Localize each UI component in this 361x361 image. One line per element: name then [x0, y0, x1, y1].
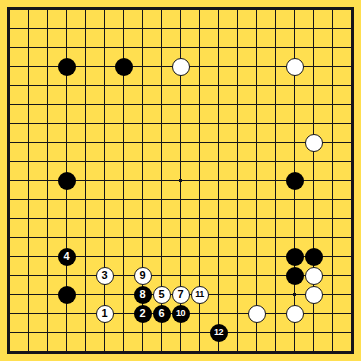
intersection-T14[interactable] [342, 95, 361, 114]
intersection-A2[interactable] [0, 323, 19, 342]
intersection-B4[interactable] [19, 285, 38, 304]
intersection-S9[interactable] [323, 190, 342, 209]
intersection-A9[interactable] [0, 190, 19, 209]
intersection-S1[interactable] [323, 342, 342, 361]
intersection-A7[interactable] [0, 228, 19, 247]
intersection-Q12[interactable] [285, 133, 304, 152]
intersection-R17[interactable] [304, 38, 323, 57]
intersection-J17[interactable] [152, 38, 171, 57]
intersection-M9[interactable] [209, 190, 228, 209]
intersection-R15[interactable] [304, 76, 323, 95]
intersection-F8[interactable] [95, 209, 114, 228]
intersection-L12[interactable] [190, 133, 209, 152]
intersection-F2[interactable] [95, 323, 114, 342]
intersection-S7[interactable] [323, 228, 342, 247]
intersection-H10[interactable] [133, 171, 152, 190]
intersection-K12[interactable] [171, 133, 190, 152]
intersection-M5[interactable] [209, 266, 228, 285]
intersection-P13[interactable] [266, 114, 285, 133]
intersection-L7[interactable] [190, 228, 209, 247]
intersection-Q6[interactable] [285, 247, 304, 266]
intersection-H16[interactable] [133, 57, 152, 76]
intersection-E18[interactable] [76, 19, 95, 38]
intersection-C18[interactable] [38, 19, 57, 38]
intersection-O1[interactable] [247, 342, 266, 361]
intersection-R19[interactable] [304, 0, 323, 19]
intersection-D6[interactable]: 4 [57, 247, 76, 266]
intersection-T13[interactable] [342, 114, 361, 133]
intersection-R5[interactable] [304, 266, 323, 285]
intersection-G4[interactable] [114, 285, 133, 304]
intersection-F18[interactable] [95, 19, 114, 38]
intersection-L15[interactable] [190, 76, 209, 95]
intersection-H11[interactable] [133, 152, 152, 171]
intersection-E5[interactable] [76, 266, 95, 285]
intersection-H2[interactable] [133, 323, 152, 342]
intersection-G13[interactable] [114, 114, 133, 133]
intersection-J7[interactable] [152, 228, 171, 247]
intersection-L4[interactable]: 11 [190, 285, 209, 304]
intersection-F14[interactable] [95, 95, 114, 114]
intersection-G5[interactable] [114, 266, 133, 285]
intersection-Q16[interactable] [285, 57, 304, 76]
intersection-P16[interactable] [266, 57, 285, 76]
intersection-P14[interactable] [266, 95, 285, 114]
intersection-E11[interactable] [76, 152, 95, 171]
intersection-Q7[interactable] [285, 228, 304, 247]
intersection-K10[interactable] [171, 171, 190, 190]
intersection-F7[interactable] [95, 228, 114, 247]
intersection-J12[interactable] [152, 133, 171, 152]
intersection-E2[interactable] [76, 323, 95, 342]
intersection-T11[interactable] [342, 152, 361, 171]
intersection-P10[interactable] [266, 171, 285, 190]
intersection-Q8[interactable] [285, 209, 304, 228]
intersection-O2[interactable] [247, 323, 266, 342]
intersection-J15[interactable] [152, 76, 171, 95]
intersection-L3[interactable] [190, 304, 209, 323]
intersection-C19[interactable] [38, 0, 57, 19]
intersection-S2[interactable] [323, 323, 342, 342]
intersection-D11[interactable] [57, 152, 76, 171]
intersection-L14[interactable] [190, 95, 209, 114]
intersection-M4[interactable] [209, 285, 228, 304]
intersection-A6[interactable] [0, 247, 19, 266]
intersection-H18[interactable] [133, 19, 152, 38]
intersection-M2[interactable]: 12 [209, 323, 228, 342]
intersection-K5[interactable] [171, 266, 190, 285]
intersection-P4[interactable] [266, 285, 285, 304]
intersection-G12[interactable] [114, 133, 133, 152]
intersection-A15[interactable] [0, 76, 19, 95]
intersection-K6[interactable] [171, 247, 190, 266]
intersection-K15[interactable] [171, 76, 190, 95]
intersection-N5[interactable] [228, 266, 247, 285]
intersection-M13[interactable] [209, 114, 228, 133]
intersection-T18[interactable] [342, 19, 361, 38]
intersection-C5[interactable] [38, 266, 57, 285]
intersection-B1[interactable] [19, 342, 38, 361]
intersection-M3[interactable] [209, 304, 228, 323]
intersection-C9[interactable] [38, 190, 57, 209]
intersection-J6[interactable] [152, 247, 171, 266]
intersection-R12[interactable] [304, 133, 323, 152]
intersection-B6[interactable] [19, 247, 38, 266]
intersection-O11[interactable] [247, 152, 266, 171]
intersection-Q19[interactable] [285, 0, 304, 19]
intersection-F12[interactable] [95, 133, 114, 152]
intersection-L9[interactable] [190, 190, 209, 209]
intersection-S10[interactable] [323, 171, 342, 190]
intersection-O12[interactable] [247, 133, 266, 152]
intersection-G17[interactable] [114, 38, 133, 57]
intersection-Q11[interactable] [285, 152, 304, 171]
intersection-F11[interactable] [95, 152, 114, 171]
intersection-B16[interactable] [19, 57, 38, 76]
intersection-S11[interactable] [323, 152, 342, 171]
intersection-C13[interactable] [38, 114, 57, 133]
intersection-T15[interactable] [342, 76, 361, 95]
intersection-F4[interactable] [95, 285, 114, 304]
intersection-B17[interactable] [19, 38, 38, 57]
intersection-H3[interactable]: 2 [133, 304, 152, 323]
intersection-S5[interactable] [323, 266, 342, 285]
intersection-L6[interactable] [190, 247, 209, 266]
intersection-K18[interactable] [171, 19, 190, 38]
intersection-F5[interactable]: 3 [95, 266, 114, 285]
intersection-B18[interactable] [19, 19, 38, 38]
intersection-G2[interactable] [114, 323, 133, 342]
intersection-G15[interactable] [114, 76, 133, 95]
intersection-M8[interactable] [209, 209, 228, 228]
intersection-K19[interactable] [171, 0, 190, 19]
intersection-G18[interactable] [114, 19, 133, 38]
intersection-C16[interactable] [38, 57, 57, 76]
intersection-G3[interactable] [114, 304, 133, 323]
intersection-A8[interactable] [0, 209, 19, 228]
intersection-M18[interactable] [209, 19, 228, 38]
intersection-S3[interactable] [323, 304, 342, 323]
intersection-A11[interactable] [0, 152, 19, 171]
intersection-C8[interactable] [38, 209, 57, 228]
intersection-P2[interactable] [266, 323, 285, 342]
intersection-Q3[interactable] [285, 304, 304, 323]
intersection-K17[interactable] [171, 38, 190, 57]
intersection-Q1[interactable] [285, 342, 304, 361]
intersection-M10[interactable] [209, 171, 228, 190]
intersection-N11[interactable] [228, 152, 247, 171]
intersection-F10[interactable] [95, 171, 114, 190]
intersection-E15[interactable] [76, 76, 95, 95]
intersection-D17[interactable] [57, 38, 76, 57]
intersection-C12[interactable] [38, 133, 57, 152]
intersection-G6[interactable] [114, 247, 133, 266]
intersection-S18[interactable] [323, 19, 342, 38]
intersection-L10[interactable] [190, 171, 209, 190]
intersection-N12[interactable] [228, 133, 247, 152]
intersection-M6[interactable] [209, 247, 228, 266]
intersection-H8[interactable] [133, 209, 152, 228]
intersection-E1[interactable] [76, 342, 95, 361]
intersection-B9[interactable] [19, 190, 38, 209]
intersection-P3[interactable] [266, 304, 285, 323]
intersection-A19[interactable] [0, 0, 19, 19]
intersection-L5[interactable] [190, 266, 209, 285]
intersection-S17[interactable] [323, 38, 342, 57]
intersection-O7[interactable] [247, 228, 266, 247]
intersection-L2[interactable] [190, 323, 209, 342]
intersection-D3[interactable] [57, 304, 76, 323]
intersection-O16[interactable] [247, 57, 266, 76]
intersection-O5[interactable] [247, 266, 266, 285]
intersection-S8[interactable] [323, 209, 342, 228]
intersection-M1[interactable] [209, 342, 228, 361]
intersection-P6[interactable] [266, 247, 285, 266]
intersection-E16[interactable] [76, 57, 95, 76]
intersection-T16[interactable] [342, 57, 361, 76]
intersection-Q9[interactable] [285, 190, 304, 209]
intersection-Q13[interactable] [285, 114, 304, 133]
intersection-B13[interactable] [19, 114, 38, 133]
intersection-C7[interactable] [38, 228, 57, 247]
intersection-M7[interactable] [209, 228, 228, 247]
intersection-M16[interactable] [209, 57, 228, 76]
intersection-E14[interactable] [76, 95, 95, 114]
intersection-F1[interactable] [95, 342, 114, 361]
intersection-D18[interactable] [57, 19, 76, 38]
intersection-J16[interactable] [152, 57, 171, 76]
intersection-N1[interactable] [228, 342, 247, 361]
intersection-F19[interactable] [95, 0, 114, 19]
intersection-E6[interactable] [76, 247, 95, 266]
intersection-P9[interactable] [266, 190, 285, 209]
intersection-C1[interactable] [38, 342, 57, 361]
intersection-E3[interactable] [76, 304, 95, 323]
intersection-B14[interactable] [19, 95, 38, 114]
intersection-P7[interactable] [266, 228, 285, 247]
intersection-R6[interactable] [304, 247, 323, 266]
intersection-R7[interactable] [304, 228, 323, 247]
intersection-D7[interactable] [57, 228, 76, 247]
intersection-J4[interactable]: 5 [152, 285, 171, 304]
intersection-J18[interactable] [152, 19, 171, 38]
intersection-S4[interactable] [323, 285, 342, 304]
intersection-K1[interactable] [171, 342, 190, 361]
intersection-D12[interactable] [57, 133, 76, 152]
intersection-M17[interactable] [209, 38, 228, 57]
intersection-N3[interactable] [228, 304, 247, 323]
intersection-A13[interactable] [0, 114, 19, 133]
intersection-F13[interactable] [95, 114, 114, 133]
intersection-N6[interactable] [228, 247, 247, 266]
intersection-H7[interactable] [133, 228, 152, 247]
intersection-H4[interactable]: 8 [133, 285, 152, 304]
intersection-S13[interactable] [323, 114, 342, 133]
intersection-N18[interactable] [228, 19, 247, 38]
intersection-K2[interactable] [171, 323, 190, 342]
intersection-B12[interactable] [19, 133, 38, 152]
intersection-G19[interactable] [114, 0, 133, 19]
intersection-R3[interactable] [304, 304, 323, 323]
intersection-T12[interactable] [342, 133, 361, 152]
intersection-B7[interactable] [19, 228, 38, 247]
intersection-G8[interactable] [114, 209, 133, 228]
intersection-C14[interactable] [38, 95, 57, 114]
intersection-T5[interactable] [342, 266, 361, 285]
intersection-S19[interactable] [323, 0, 342, 19]
intersection-B11[interactable] [19, 152, 38, 171]
intersection-C2[interactable] [38, 323, 57, 342]
intersection-N17[interactable] [228, 38, 247, 57]
intersection-L1[interactable] [190, 342, 209, 361]
intersection-A3[interactable] [0, 304, 19, 323]
intersection-C17[interactable] [38, 38, 57, 57]
intersection-C4[interactable] [38, 285, 57, 304]
intersection-L11[interactable] [190, 152, 209, 171]
intersection-C10[interactable] [38, 171, 57, 190]
intersection-D8[interactable] [57, 209, 76, 228]
intersection-S15[interactable] [323, 76, 342, 95]
intersection-D5[interactable] [57, 266, 76, 285]
intersection-O15[interactable] [247, 76, 266, 95]
intersection-H9[interactable] [133, 190, 152, 209]
intersection-J13[interactable] [152, 114, 171, 133]
intersection-N9[interactable] [228, 190, 247, 209]
intersection-B8[interactable] [19, 209, 38, 228]
intersection-B10[interactable] [19, 171, 38, 190]
intersection-G10[interactable] [114, 171, 133, 190]
intersection-T3[interactable] [342, 304, 361, 323]
intersection-A5[interactable] [0, 266, 19, 285]
intersection-D13[interactable] [57, 114, 76, 133]
intersection-F16[interactable] [95, 57, 114, 76]
intersection-O3[interactable] [247, 304, 266, 323]
intersection-R4[interactable] [304, 285, 323, 304]
intersection-H15[interactable] [133, 76, 152, 95]
intersection-J19[interactable] [152, 0, 171, 19]
intersection-Q15[interactable] [285, 76, 304, 95]
intersection-R14[interactable] [304, 95, 323, 114]
intersection-A4[interactable] [0, 285, 19, 304]
intersection-M14[interactable] [209, 95, 228, 114]
intersection-J5[interactable] [152, 266, 171, 285]
intersection-J1[interactable] [152, 342, 171, 361]
intersection-S6[interactable] [323, 247, 342, 266]
intersection-E7[interactable] [76, 228, 95, 247]
intersection-H13[interactable] [133, 114, 152, 133]
intersection-K16[interactable] [171, 57, 190, 76]
intersection-K13[interactable] [171, 114, 190, 133]
intersection-O8[interactable] [247, 209, 266, 228]
intersection-T7[interactable] [342, 228, 361, 247]
intersection-H1[interactable] [133, 342, 152, 361]
intersection-Q10[interactable] [285, 171, 304, 190]
intersection-E4[interactable] [76, 285, 95, 304]
intersection-R9[interactable] [304, 190, 323, 209]
intersection-J11[interactable] [152, 152, 171, 171]
intersection-N7[interactable] [228, 228, 247, 247]
intersection-Q17[interactable] [285, 38, 304, 57]
intersection-J8[interactable] [152, 209, 171, 228]
intersection-F17[interactable] [95, 38, 114, 57]
intersection-N8[interactable] [228, 209, 247, 228]
intersection-T19[interactable] [342, 0, 361, 19]
intersection-A16[interactable] [0, 57, 19, 76]
intersection-S12[interactable] [323, 133, 342, 152]
intersection-O14[interactable] [247, 95, 266, 114]
intersection-J9[interactable] [152, 190, 171, 209]
intersection-C3[interactable] [38, 304, 57, 323]
intersection-B5[interactable] [19, 266, 38, 285]
intersection-A1[interactable] [0, 342, 19, 361]
intersection-G7[interactable] [114, 228, 133, 247]
intersection-E17[interactable] [76, 38, 95, 57]
intersection-O6[interactable] [247, 247, 266, 266]
intersection-H12[interactable] [133, 133, 152, 152]
intersection-L17[interactable] [190, 38, 209, 57]
intersection-O18[interactable] [247, 19, 266, 38]
intersection-D2[interactable] [57, 323, 76, 342]
intersection-N10[interactable] [228, 171, 247, 190]
intersection-N4[interactable] [228, 285, 247, 304]
intersection-P19[interactable] [266, 0, 285, 19]
intersection-Q14[interactable] [285, 95, 304, 114]
intersection-D15[interactable] [57, 76, 76, 95]
intersection-N15[interactable] [228, 76, 247, 95]
intersection-D14[interactable] [57, 95, 76, 114]
intersection-G16[interactable] [114, 57, 133, 76]
intersection-G1[interactable] [114, 342, 133, 361]
intersection-B2[interactable] [19, 323, 38, 342]
intersection-Q5[interactable] [285, 266, 304, 285]
intersection-T8[interactable] [342, 209, 361, 228]
intersection-O17[interactable] [247, 38, 266, 57]
intersection-P5[interactable] [266, 266, 285, 285]
intersection-E12[interactable] [76, 133, 95, 152]
intersection-H17[interactable] [133, 38, 152, 57]
intersection-T6[interactable] [342, 247, 361, 266]
intersection-E9[interactable] [76, 190, 95, 209]
intersection-D16[interactable] [57, 57, 76, 76]
intersection-L8[interactable] [190, 209, 209, 228]
intersection-O10[interactable] [247, 171, 266, 190]
intersection-P17[interactable] [266, 38, 285, 57]
intersection-Q4[interactable] [285, 285, 304, 304]
intersection-B3[interactable] [19, 304, 38, 323]
intersection-O4[interactable] [247, 285, 266, 304]
intersection-J2[interactable] [152, 323, 171, 342]
intersection-S14[interactable] [323, 95, 342, 114]
intersection-T4[interactable] [342, 285, 361, 304]
intersection-K9[interactable] [171, 190, 190, 209]
intersection-Q2[interactable] [285, 323, 304, 342]
intersection-H5[interactable]: 9 [133, 266, 152, 285]
intersection-K4[interactable]: 7 [171, 285, 190, 304]
intersection-R10[interactable] [304, 171, 323, 190]
intersection-G9[interactable] [114, 190, 133, 209]
intersection-K8[interactable] [171, 209, 190, 228]
intersection-E13[interactable] [76, 114, 95, 133]
intersection-N13[interactable] [228, 114, 247, 133]
intersection-M11[interactable] [209, 152, 228, 171]
intersection-H6[interactable] [133, 247, 152, 266]
intersection-N14[interactable] [228, 95, 247, 114]
intersection-N19[interactable] [228, 0, 247, 19]
intersection-R18[interactable] [304, 19, 323, 38]
intersection-K14[interactable] [171, 95, 190, 114]
intersection-A17[interactable] [0, 38, 19, 57]
intersection-T9[interactable] [342, 190, 361, 209]
